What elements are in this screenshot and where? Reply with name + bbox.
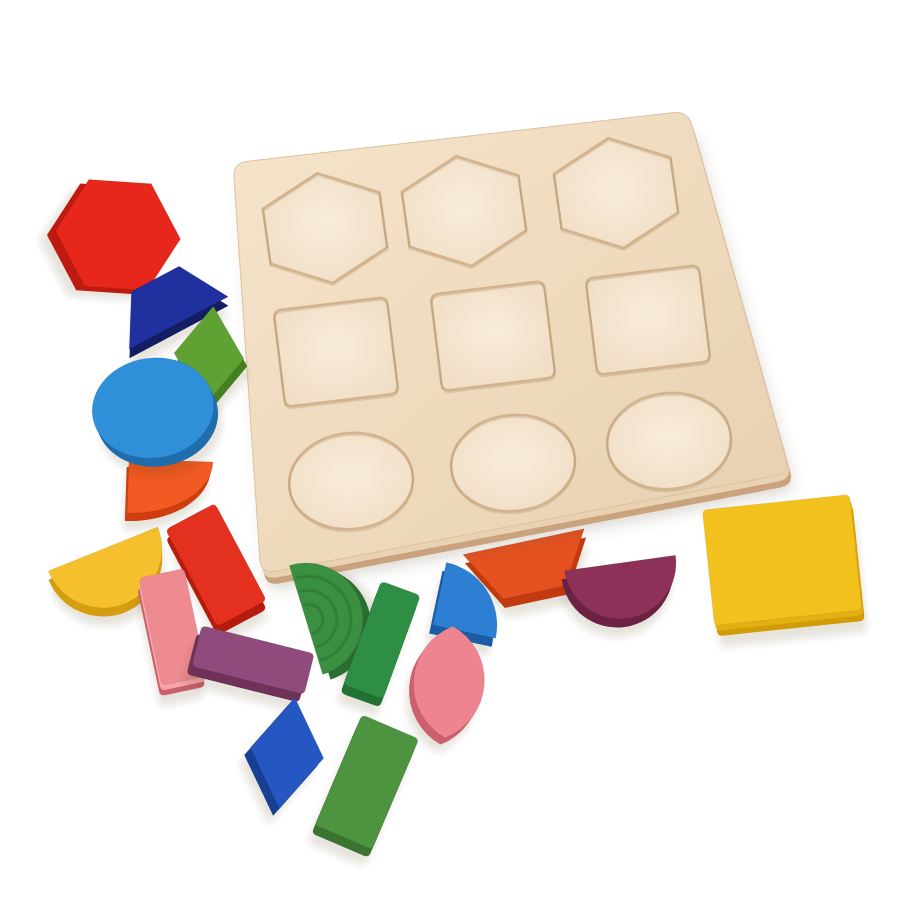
- piece-blue-rhombus[interactable]: [232, 691, 332, 831]
- puzzle-scene: [0, 0, 900, 900]
- slot-square-3[interactable]: [586, 265, 711, 377]
- product-photo: [0, 0, 900, 900]
- slot-square-2[interactable]: [431, 281, 556, 393]
- piece-yellow-square[interactable]: [702, 494, 867, 648]
- slot-square-1[interactable]: [274, 297, 399, 409]
- piece-green-rectangle-2[interactable]: [307, 715, 419, 867]
- piece-maroon-semicircle[interactable]: [558, 555, 686, 644]
